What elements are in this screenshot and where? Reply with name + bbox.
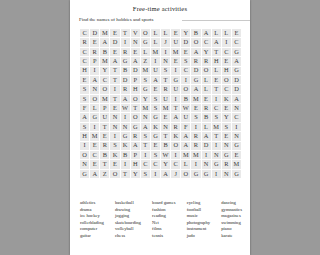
grid-cell[interactable]: E bbox=[171, 57, 180, 65]
grid-cell[interactable]: N bbox=[212, 151, 221, 159]
grid-cell[interactable]: C bbox=[141, 160, 150, 168]
grid-cell[interactable]: E bbox=[232, 29, 241, 37]
grid-cell[interactable]: S bbox=[141, 132, 150, 140]
grid-cell[interactable]: R bbox=[131, 132, 140, 140]
grid-cell[interactable]: H bbox=[131, 85, 140, 93]
grid-cell[interactable]: F bbox=[80, 104, 89, 112]
grid-cell[interactable]: E bbox=[80, 76, 89, 84]
grid-cell[interactable]: S bbox=[161, 67, 170, 75]
grid-cell[interactable]: M bbox=[100, 57, 109, 65]
grid-cell[interactable]: G bbox=[151, 132, 160, 140]
grid-cell[interactable]: E bbox=[110, 48, 119, 56]
grid-cell[interactable]: O bbox=[100, 85, 109, 93]
grid-cell[interactable]: M bbox=[151, 48, 160, 56]
grid-cell[interactable]: T bbox=[110, 76, 119, 84]
grid-cell[interactable]: A bbox=[232, 95, 241, 103]
grid-cell[interactable]: A bbox=[131, 142, 140, 150]
grid-cell[interactable]: C bbox=[222, 48, 231, 56]
grid-cell[interactable]: Y bbox=[222, 113, 231, 121]
grid-cell[interactable]: S bbox=[181, 57, 190, 65]
grid-cell[interactable]: G bbox=[151, 113, 160, 121]
grid-cell[interactable]: E bbox=[222, 132, 231, 140]
grid-cell[interactable]: R bbox=[100, 142, 109, 150]
grid-cell[interactable]: H bbox=[222, 67, 231, 75]
word-list-item: cycling bbox=[187, 200, 210, 207]
grid-cell[interactable]: I bbox=[80, 142, 89, 150]
grid-cell[interactable]: R bbox=[191, 57, 200, 65]
grid-cell[interactable]: S bbox=[151, 104, 160, 112]
grid-cell[interactable]: G bbox=[232, 142, 241, 150]
grid-cell[interactable]: C bbox=[232, 113, 241, 121]
grid-cell[interactable]: E bbox=[161, 113, 170, 121]
grid-cell[interactable]: S bbox=[191, 113, 200, 121]
grid-cell[interactable]: H bbox=[80, 67, 89, 75]
grid-cell[interactable]: T bbox=[131, 104, 140, 112]
grid-cell[interactable]: K bbox=[151, 123, 160, 131]
grid-cell[interactable]: C bbox=[171, 160, 180, 168]
grid-cell[interactable]: S bbox=[222, 123, 231, 131]
grid-cell[interactable]: L bbox=[181, 160, 190, 168]
word-list-item: instrument bbox=[187, 226, 210, 233]
grid-cell[interactable]: O bbox=[171, 142, 180, 150]
grid-cell[interactable]: S bbox=[212, 113, 221, 121]
grid-cell[interactable]: T bbox=[110, 67, 119, 75]
grid-cell[interactable]: I bbox=[121, 160, 130, 168]
grid-cell[interactable]: O bbox=[202, 67, 211, 75]
grid-cell[interactable]: I bbox=[191, 160, 200, 168]
grid-cell[interactable]: A bbox=[181, 142, 190, 150]
grid-cell[interactable]: A bbox=[202, 132, 211, 140]
word-list-item: films bbox=[152, 226, 175, 233]
word-list-item: judo bbox=[187, 233, 210, 240]
grid-cell[interactable]: E bbox=[110, 29, 119, 37]
grid-cell[interactable]: I bbox=[202, 151, 211, 159]
grid-cell[interactable]: E bbox=[90, 38, 99, 46]
word-list-column: athleticsdramaice hockeyrollerbladingcom… bbox=[80, 200, 104, 240]
grid-cell[interactable]: P bbox=[100, 104, 109, 112]
grid-cell[interactable]: D bbox=[110, 38, 119, 46]
grid-cell[interactable]: A bbox=[181, 132, 190, 140]
grid-cell[interactable]: K bbox=[171, 132, 180, 140]
grid-cell[interactable]: T bbox=[121, 170, 130, 178]
grid-cell[interactable]: M bbox=[171, 48, 180, 56]
grid-cell[interactable]: E bbox=[151, 142, 160, 150]
grid-cell[interactable]: M bbox=[191, 95, 200, 103]
grid-cell[interactable]: O bbox=[80, 151, 89, 159]
grid-cell[interactable]: E bbox=[110, 160, 119, 168]
grid-cell[interactable]: A bbox=[131, 57, 140, 65]
grid-cell[interactable]: E bbox=[90, 160, 99, 168]
grid-cell[interactable]: R bbox=[90, 48, 99, 56]
grid-cell[interactable]: O bbox=[131, 95, 140, 103]
grid-cell[interactable]: N bbox=[222, 142, 231, 150]
grid-cell[interactable]: C bbox=[232, 38, 241, 46]
grid-cell[interactable]: I bbox=[121, 113, 130, 121]
grid-cell[interactable]: D bbox=[191, 67, 200, 75]
grid-cell[interactable]: T bbox=[212, 132, 221, 140]
grid-cell[interactable]: B bbox=[100, 151, 109, 159]
word-list-item: piano bbox=[221, 226, 242, 233]
grid-cell[interactable]: J bbox=[171, 170, 180, 178]
grid-cell[interactable]: E bbox=[151, 85, 160, 93]
grid-cell[interactable]: A bbox=[90, 76, 99, 84]
grid-cell[interactable]: A bbox=[161, 170, 170, 178]
grid-cell[interactable]: I bbox=[181, 76, 190, 84]
grid-cell[interactable]: M bbox=[181, 151, 190, 159]
word-list-item: board games bbox=[152, 200, 175, 207]
grid-cell[interactable]: Z bbox=[141, 57, 150, 65]
grid-cell[interactable]: B bbox=[181, 95, 190, 103]
grid-cell[interactable]: K bbox=[110, 151, 119, 159]
word-list-item: chess bbox=[115, 233, 141, 240]
grid-cell[interactable]: U bbox=[181, 113, 190, 121]
word-list-item: reading bbox=[152, 213, 175, 220]
word-list-item: ice hockey bbox=[80, 213, 104, 220]
grid-cell[interactable]: D bbox=[131, 67, 140, 75]
grid-cell[interactable]: N bbox=[232, 132, 241, 140]
grid-cell[interactable]: R bbox=[202, 104, 211, 112]
grid-cell[interactable]: I bbox=[222, 38, 231, 46]
grid-cell[interactable]: G bbox=[90, 113, 99, 121]
grid-cell[interactable]: U bbox=[171, 85, 180, 93]
grid-cell[interactable]: W bbox=[181, 104, 190, 112]
grid-cell[interactable]: E bbox=[90, 142, 99, 150]
grid-cell[interactable]: E bbox=[222, 104, 231, 112]
grid-cell[interactable]: E bbox=[181, 48, 190, 56]
grid-cell[interactable]: G bbox=[202, 170, 211, 178]
instruction-text: Find the names of hobbies and sports bbox=[79, 17, 153, 23]
word-list-column: cyclingfootballmusicphotographyinstrumen… bbox=[187, 200, 210, 240]
grid-cell[interactable]: S bbox=[141, 170, 150, 178]
divider-line bbox=[182, 20, 250, 21]
grid-cell[interactable]: S bbox=[151, 95, 160, 103]
word-list-item: skateboarding bbox=[115, 220, 141, 227]
grid-cell[interactable]: R bbox=[222, 160, 231, 168]
grid-cell[interactable]: E bbox=[222, 57, 231, 65]
grid-cell[interactable]: I bbox=[171, 95, 180, 103]
grid-cell[interactable]: E bbox=[232, 151, 241, 159]
grid-cell[interactable]: C bbox=[80, 48, 89, 56]
grid-cell[interactable]: F bbox=[181, 123, 190, 131]
grid-cell[interactable]: A bbox=[110, 57, 119, 65]
grid-cell[interactable]: R bbox=[191, 132, 200, 140]
grid-cell[interactable]: A bbox=[141, 123, 150, 131]
grid-cell[interactable]: P bbox=[90, 57, 99, 65]
word-list-item: volleyball bbox=[115, 226, 141, 233]
grid-cell[interactable]: M bbox=[191, 151, 200, 159]
grid-cell[interactable]: H bbox=[212, 57, 221, 65]
grid-cell[interactable]: M bbox=[232, 160, 241, 168]
grid-cell[interactable]: N bbox=[90, 85, 99, 93]
grid-cell[interactable]: O bbox=[181, 85, 190, 93]
grid-cell[interactable]: N bbox=[161, 123, 170, 131]
grid-cell[interactable]: T bbox=[100, 160, 109, 168]
grid-cell[interactable]: T bbox=[100, 123, 109, 131]
grid-cell[interactable]: R bbox=[161, 85, 170, 93]
grid-cell[interactable]: H bbox=[131, 160, 140, 168]
grid-cell[interactable]: G bbox=[212, 160, 221, 168]
grid-cell[interactable]: R bbox=[202, 57, 211, 65]
grid-cell[interactable]: L bbox=[161, 29, 170, 37]
word-list-item: gymnastics bbox=[221, 207, 242, 214]
grid-cell[interactable]: Z bbox=[100, 170, 109, 178]
grid-cell[interactable]: G bbox=[232, 170, 241, 178]
grid-cell[interactable]: C bbox=[222, 85, 231, 93]
grid-cell[interactable]: U bbox=[171, 38, 180, 46]
grid-cell[interactable]: L bbox=[202, 76, 211, 84]
grid-cell[interactable]: O bbox=[90, 95, 99, 103]
grid-cell[interactable]: E bbox=[171, 29, 180, 37]
grid-cell[interactable]: T bbox=[161, 132, 170, 140]
grid-cell[interactable]: A bbox=[191, 85, 200, 93]
grid-cell[interactable]: K bbox=[121, 142, 130, 150]
word-list-item: photography bbox=[187, 220, 210, 227]
word-list: athleticsdramaice hockeyrollerbladingcom… bbox=[80, 200, 242, 240]
grid-cell[interactable]: Y bbox=[131, 170, 140, 178]
grid-cell[interactable]: C bbox=[151, 160, 160, 168]
grid-cell[interactable]: D bbox=[232, 85, 241, 93]
grid-cell[interactable]: G bbox=[141, 38, 150, 46]
grid-cell[interactable]: M bbox=[212, 123, 221, 131]
grid-cell[interactable]: I bbox=[151, 170, 160, 178]
grid-cell[interactable]: M bbox=[90, 132, 99, 140]
grid-cell[interactable]: I bbox=[110, 85, 119, 93]
grid-cell[interactable]: G bbox=[131, 123, 140, 131]
grid-cell[interactable]: N bbox=[232, 104, 241, 112]
word-list-item: basketball bbox=[115, 200, 141, 207]
grid-cell[interactable]: I bbox=[121, 38, 130, 46]
grid-cell[interactable]: O bbox=[191, 38, 200, 46]
grid-cell[interactable]: R bbox=[121, 48, 130, 56]
grid-cell[interactable]: G bbox=[141, 85, 150, 93]
word-list-item: fashion bbox=[152, 207, 175, 214]
grid-cell[interactable]: R bbox=[121, 85, 130, 93]
word-list-item: football bbox=[187, 207, 210, 214]
grid-cell[interactable]: N bbox=[110, 123, 119, 131]
grid-cell[interactable]: I bbox=[141, 151, 150, 159]
grid-cell[interactable]: S bbox=[151, 151, 160, 159]
grid-cell[interactable]: R bbox=[171, 123, 180, 131]
grid-cell[interactable]: T bbox=[212, 85, 221, 93]
grid-cell[interactable]: C bbox=[90, 151, 99, 159]
grid-cell[interactable]: A bbox=[171, 113, 180, 121]
grid-cell[interactable]: U bbox=[100, 113, 109, 121]
grid-cell[interactable]: D bbox=[232, 76, 241, 84]
grid-cell[interactable]: S bbox=[80, 123, 89, 131]
grid-cell[interactable]: L bbox=[90, 104, 99, 112]
grid-cell[interactable]: I bbox=[171, 151, 180, 159]
grid-cell[interactable]: A bbox=[202, 29, 211, 37]
grid-cell[interactable]: J bbox=[161, 38, 170, 46]
grid-cell[interactable]: L bbox=[151, 29, 160, 37]
grid-cell[interactable]: K bbox=[222, 95, 231, 103]
grid-cell[interactable]: O bbox=[141, 29, 150, 37]
grid-cell[interactable]: I bbox=[161, 48, 170, 56]
grid-cell[interactable]: G bbox=[121, 57, 130, 65]
grid-cell[interactable]: S bbox=[80, 85, 89, 93]
grid-cell[interactable]: A bbox=[232, 57, 241, 65]
grid-cell[interactable]: V bbox=[131, 29, 140, 37]
grid-cell[interactable]: O bbox=[110, 170, 119, 178]
word-list-item: rollerblading bbox=[80, 220, 104, 227]
grid-cell[interactable]: E bbox=[110, 104, 119, 112]
grid-cell[interactable]: M bbox=[141, 104, 150, 112]
grid-cell[interactable]: A bbox=[121, 95, 130, 103]
grid-cell[interactable]: L bbox=[202, 85, 211, 93]
grid-cell[interactable]: C bbox=[202, 38, 211, 46]
grid-cell[interactable]: U bbox=[151, 67, 160, 75]
grid-cell[interactable]: Y bbox=[161, 160, 170, 168]
grid-cell[interactable]: C bbox=[80, 57, 89, 65]
word-list-item: computer bbox=[80, 226, 104, 233]
grid-cell[interactable]: B bbox=[191, 29, 200, 37]
grid-cell[interactable]: A bbox=[90, 170, 99, 178]
grid-cell[interactable]: D bbox=[202, 142, 211, 150]
word-list-column: basketballdrawingjoggingskateboardingvol… bbox=[115, 200, 141, 240]
grid-cell[interactable]: A bbox=[151, 76, 160, 84]
grid-cell[interactable]: S bbox=[141, 76, 150, 84]
word-list-item: drama bbox=[80, 207, 104, 214]
grid-cell[interactable]: T bbox=[141, 142, 150, 150]
grid-cell[interactable]: G bbox=[232, 48, 241, 56]
grid-cell[interactable]: B bbox=[161, 142, 170, 150]
word-list-item: guitar bbox=[80, 233, 104, 240]
grid-cell[interactable]: L bbox=[202, 123, 211, 131]
word-list-item: Net bbox=[152, 220, 175, 227]
word-list-column: board gamesfashionreadingNetfilmstennis bbox=[152, 200, 175, 240]
grid-cell[interactable]: E bbox=[100, 132, 109, 140]
grid-cell[interactable]: Y bbox=[100, 67, 109, 75]
grid-cell[interactable]: A bbox=[191, 48, 200, 56]
grid-cell[interactable]: E bbox=[131, 48, 140, 56]
grid-cell[interactable]: G bbox=[232, 67, 241, 75]
grid-cell[interactable]: E bbox=[191, 104, 200, 112]
grid-cell[interactable]: I bbox=[212, 170, 221, 178]
grid-cell[interactable]: G bbox=[171, 76, 180, 84]
grid-cell[interactable]: T bbox=[110, 95, 119, 103]
grid-cell[interactable]: M bbox=[100, 29, 109, 37]
grid-cell[interactable]: I bbox=[90, 123, 99, 131]
grid-cell[interactable]: N bbox=[121, 123, 130, 131]
grid-cell[interactable]: L bbox=[141, 48, 150, 56]
grid-cell[interactable]: N bbox=[222, 170, 231, 178]
grid-cell[interactable]: G bbox=[222, 151, 231, 159]
grid-cell[interactable]: R bbox=[80, 38, 89, 46]
grid-cell[interactable]: A bbox=[80, 113, 89, 121]
grid-cell[interactable]: C bbox=[212, 104, 221, 112]
grid-cell[interactable]: R bbox=[191, 142, 200, 150]
grid-cell[interactable]: T bbox=[212, 48, 221, 56]
grid-cell[interactable]: T bbox=[171, 104, 180, 112]
grid-cell[interactable]: I bbox=[90, 67, 99, 75]
grid-cell[interactable]: N bbox=[202, 160, 211, 168]
grid-cell[interactable]: O bbox=[131, 113, 140, 121]
grid-cell[interactable]: G bbox=[191, 170, 200, 178]
grid-cell[interactable]: I bbox=[212, 142, 221, 150]
word-list-item: jogging bbox=[115, 213, 141, 220]
grid-cell[interactable]: E bbox=[202, 95, 211, 103]
grid-cell[interactable]: S bbox=[110, 142, 119, 150]
grid-cell[interactable]: D bbox=[90, 29, 99, 37]
word-list-item: athletics bbox=[80, 200, 104, 207]
word-list-item: swimming bbox=[221, 220, 242, 227]
grid-cell[interactable]: B bbox=[121, 67, 130, 75]
grid-cell[interactable]: N bbox=[80, 160, 89, 168]
grid-cell[interactable]: B bbox=[121, 151, 130, 159]
grid-cell[interactable]: I bbox=[232, 123, 241, 131]
grid-cell[interactable]: G bbox=[80, 170, 89, 178]
worksheet-page: Free-time activities Find the names of h… bbox=[70, 0, 250, 255]
word-list-column: dancinggymnasticsmagazinesswimmingpianok… bbox=[221, 200, 242, 240]
grid-cell[interactable]: L bbox=[222, 29, 231, 37]
grid-cell[interactable]: D bbox=[181, 38, 190, 46]
word-search-grid: CDMETVOLLEYBALLEREADINGLJUDOCAICCRBERELM… bbox=[80, 29, 241, 178]
grid-cell[interactable]: B bbox=[100, 48, 109, 56]
grid-cell[interactable]: O bbox=[222, 76, 231, 84]
word-list-item: dancing bbox=[221, 200, 242, 207]
grid-cell[interactable]: Y bbox=[181, 29, 190, 37]
grid-cell[interactable]: M bbox=[161, 104, 170, 112]
grid-cell[interactable]: A bbox=[100, 38, 109, 46]
word-list-item: karate bbox=[221, 233, 242, 240]
grid-cell[interactable]: N bbox=[161, 57, 170, 65]
grid-cell[interactable]: L bbox=[212, 29, 221, 37]
grid-cell[interactable]: G bbox=[191, 76, 200, 84]
grid-cell[interactable]: W bbox=[121, 104, 130, 112]
grid-cell[interactable]: L bbox=[151, 38, 160, 46]
grid-cell[interactable]: T bbox=[121, 29, 130, 37]
grid-cell[interactable]: L bbox=[212, 67, 221, 75]
grid-cell[interactable]: S bbox=[80, 95, 89, 103]
grid-cell[interactable]: D bbox=[121, 76, 130, 84]
grid-cell[interactable]: P bbox=[131, 151, 140, 159]
grid-cell[interactable]: W bbox=[161, 151, 170, 159]
grid-cell[interactable]: M bbox=[141, 67, 150, 75]
grid-cell[interactable]: U bbox=[161, 95, 170, 103]
word-list-item: tennis bbox=[152, 233, 175, 240]
grid-cell[interactable]: C bbox=[80, 29, 89, 37]
grid-cell[interactable]: I bbox=[110, 132, 119, 140]
grid-cell[interactable]: O bbox=[181, 170, 190, 178]
grid-cell[interactable]: C bbox=[100, 76, 109, 84]
grid-cell[interactable]: T bbox=[161, 76, 170, 84]
grid-cell[interactable]: E bbox=[212, 76, 221, 84]
grid-cell[interactable]: Y bbox=[202, 48, 211, 56]
grid-cell[interactable]: N bbox=[141, 113, 150, 121]
grid-cell[interactable]: I bbox=[212, 95, 221, 103]
word-list-item: drawing bbox=[115, 207, 141, 214]
grid-cell[interactable]: B bbox=[202, 113, 211, 121]
grid-cell[interactable]: N bbox=[110, 113, 119, 121]
grid-cell[interactable]: C bbox=[181, 67, 190, 75]
word-list-item: magazines bbox=[221, 213, 242, 220]
page-title: Free-time activities bbox=[70, 5, 250, 12]
grid-cell[interactable]: A bbox=[212, 38, 221, 46]
grid-cell[interactable]: I bbox=[151, 57, 160, 65]
grid-cell[interactable]: G bbox=[121, 132, 130, 140]
grid-cell[interactable]: I bbox=[191, 123, 200, 131]
grid-cell[interactable]: H bbox=[80, 132, 89, 140]
grid-cell[interactable]: I bbox=[171, 67, 180, 75]
grid-cell[interactable]: M bbox=[100, 95, 109, 103]
word-list-item: music bbox=[187, 213, 210, 220]
grid-cell[interactable]: P bbox=[131, 76, 140, 84]
grid-cell[interactable]: N bbox=[131, 38, 140, 46]
grid-cell[interactable]: Y bbox=[141, 95, 150, 103]
